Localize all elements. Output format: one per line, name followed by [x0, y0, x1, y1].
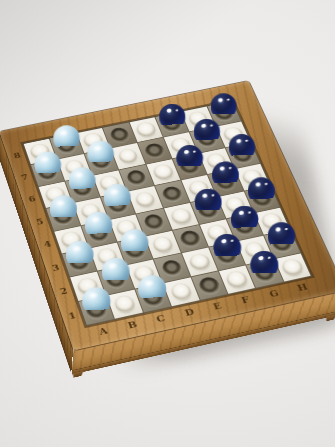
- checker-piece-light[interactable]: [65, 240, 94, 269]
- checker-piece-dark[interactable]: [176, 145, 203, 172]
- square-A1[interactable]: [79, 295, 115, 324]
- checker-piece-light[interactable]: [101, 257, 130, 286]
- square-G1[interactable]: [246, 259, 283, 288]
- checker-piece-light[interactable]: [49, 195, 77, 223]
- checker-piece-dark[interactable]: [213, 233, 242, 262]
- file-label-C: C: [155, 314, 166, 324]
- rank-label-3: 3: [51, 263, 61, 273]
- board-scene: ABCDEFGH 12345678: [25, 67, 306, 348]
- checker-piece-dark[interactable]: [267, 222, 295, 250]
- checker-piece-light[interactable]: [85, 211, 113, 239]
- square-A3[interactable]: [62, 248, 97, 276]
- checker-piece-light[interactable]: [68, 167, 96, 195]
- checker-piece-light[interactable]: [34, 151, 61, 178]
- checker-piece-dark[interactable]: [248, 177, 276, 205]
- rank-label-6: 6: [28, 195, 37, 204]
- checker-piece-light[interactable]: [138, 275, 167, 304]
- checker-piece-dark[interactable]: [158, 103, 185, 130]
- file-label-B: B: [127, 320, 139, 331]
- file-label-A: A: [98, 326, 109, 336]
- checker-piece-light[interactable]: [53, 125, 80, 152]
- checker-piece-dark[interactable]: [250, 251, 279, 280]
- file-label-D: D: [184, 307, 196, 317]
- rank-label-8: 8: [13, 151, 22, 160]
- checker-piece-dark[interactable]: [194, 188, 222, 216]
- board-grid: [23, 100, 312, 326]
- rank-label-5: 5: [35, 217, 44, 226]
- checker-piece-dark[interactable]: [230, 205, 258, 233]
- file-label-F: F: [240, 295, 251, 305]
- file-label-E: E: [212, 301, 223, 311]
- checker-piece-light[interactable]: [82, 287, 111, 316]
- rank-label-4: 4: [43, 240, 53, 250]
- file-label-G: G: [268, 289, 280, 299]
- checker-piece-dark[interactable]: [193, 118, 220, 145]
- checker-piece-dark[interactable]: [211, 161, 239, 189]
- file-label-H: H: [296, 282, 309, 292]
- photo-backdrop: ABCDEFGH 12345678: [0, 0, 335, 447]
- box-foot-left: [72, 371, 83, 378]
- rank-label-7: 7: [20, 173, 29, 182]
- checker-piece-light[interactable]: [87, 140, 114, 167]
- checkers-board: ABCDEFGH 12345678: [0, 81, 335, 350]
- rank-label-1: 1: [67, 311, 77, 321]
- checker-piece-dark[interactable]: [210, 93, 237, 120]
- checker-piece-dark[interactable]: [229, 134, 256, 161]
- rank-label-2: 2: [59, 287, 69, 297]
- square-A5[interactable]: [46, 203, 80, 230]
